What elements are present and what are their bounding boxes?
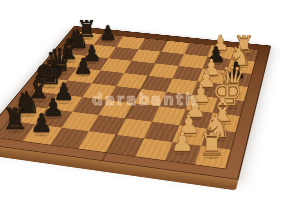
black-rook: ♜	[2, 104, 28, 133]
black-pawn: ♟	[73, 55, 93, 77]
white-pawn: ♟	[170, 129, 194, 156]
chess-set-photo: ♜♞♝♛♚♝♞♜♟♟♟♟♟♟♟♟♟♟♟♟♟♟♜♞♟♛♚♝♞♜ darabanth	[0, 0, 288, 200]
frame-corner-glare	[256, 176, 263, 182]
watermark: darabanth	[92, 91, 198, 109]
black-pawn: ♟	[30, 111, 53, 137]
black-pawn: ♟	[99, 22, 117, 42]
white-rook: ♜	[198, 129, 226, 160]
